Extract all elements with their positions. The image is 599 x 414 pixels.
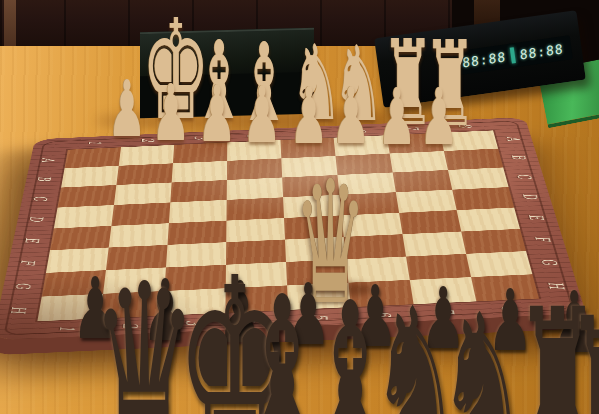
- black-rook[interactable]: ♜: [521, 292, 599, 414]
- square-c3[interactable]: [170, 180, 227, 202]
- square-d3[interactable]: [169, 200, 227, 223]
- white-pawn[interactable]: ♟: [379, 78, 499, 156]
- chess-scene: 88:88 88:88 ♚ ♝ ♝ ♞ ♞ ♜ ♜ ♟ ♟ ♟ ♟ ♟ ♟ ♟ …: [0, 0, 599, 414]
- square-f8[interactable]: [461, 229, 526, 254]
- square-c1[interactable]: [58, 185, 117, 208]
- square-c2[interactable]: [114, 183, 172, 206]
- square-d8[interactable]: [452, 187, 514, 210]
- square-f7[interactable]: [402, 232, 466, 257]
- square-d1[interactable]: [54, 205, 114, 228]
- square-c8[interactable]: [448, 167, 509, 189]
- square-b2[interactable]: [116, 163, 173, 185]
- square-b3[interactable]: [172, 161, 227, 183]
- square-e8[interactable]: [457, 208, 520, 232]
- square-d2[interactable]: [111, 202, 170, 225]
